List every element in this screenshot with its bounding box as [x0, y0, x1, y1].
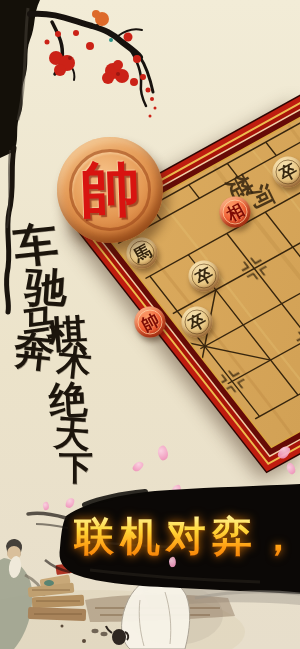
banner-slogan: 联机对弈，: [74, 514, 300, 560]
white-robed-figure: [122, 577, 190, 649]
app-screenshot: 楚 河 帥 相 卒 馬 卒 卒 帥: [0, 0, 300, 649]
